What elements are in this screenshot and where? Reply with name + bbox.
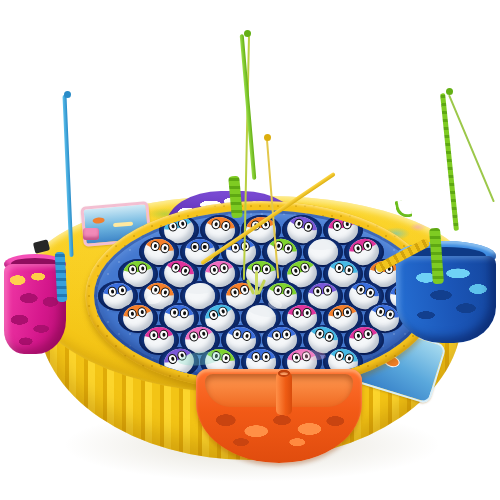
fish-eye [107,286,117,297]
fish-eye [188,330,199,342]
fish-eye [322,285,332,296]
fish-eyes [148,329,167,340]
power-switch[interactable] [83,228,99,240]
fish-eye [200,242,209,252]
fish-eye [180,308,190,319]
green-rod-back-handle[interactable] [228,176,243,219]
fish-eye [314,327,326,339]
fish-eye [364,286,376,298]
fish-eye [282,242,293,254]
green-rod-right-tip [446,88,453,95]
fish-eye [303,220,315,232]
fish-eyes [128,263,148,275]
fish-eye [170,307,180,318]
fish-eye [158,329,168,339]
fish-eye [231,328,242,339]
fish-cap [184,282,215,295]
fish-eye [180,264,192,276]
fish-eye [375,305,386,317]
fish-eyes [293,308,312,318]
fish-eye [272,284,283,295]
fish-eyes [252,352,271,362]
fish-eye [190,242,199,252]
fish-eye [323,330,335,342]
fish-eye [334,262,345,274]
fish-eye [362,328,373,339]
fish-eye [312,286,322,297]
fish-eye [148,330,158,340]
fish-eye [344,352,355,364]
fish-eye [197,327,208,339]
fish-eyes [209,262,229,275]
fish-eyes [231,328,251,341]
fish-eye [252,352,261,362]
blue-basket-body [396,256,496,343]
fish-eye [303,308,312,318]
fish-eye [221,220,232,231]
fish-eye [137,306,148,317]
fish-eye [355,283,367,295]
fish-eye [352,242,363,254]
fish-eye [117,284,127,295]
fish-eye [219,262,230,273]
fish-eye [211,218,222,229]
fish-eye [229,286,240,298]
fish-eye [293,308,302,318]
fish-eyes [332,306,352,319]
fish-eye [241,330,252,341]
fish-eye [271,330,281,341]
fish-eye [332,220,343,231]
fishing-line-green-right [448,95,495,203]
fish-eye [127,308,138,319]
orange-basket[interactable] [196,369,362,463]
blue-basket[interactable] [396,241,496,343]
fish-eye [332,308,342,319]
fish-eye [159,242,170,254]
fish-eye [385,308,396,320]
fish-eyes [107,284,127,297]
fish-eyes [312,285,332,297]
yellow-rod-tip [264,134,271,141]
fish-eye [128,264,138,275]
fish-eye [344,264,355,276]
fish-eye [209,264,220,275]
fish-eyes [271,329,291,341]
lure[interactable] [247,271,265,297]
fish-eyes [127,306,147,319]
fish-eye [361,239,372,251]
blue-rod-tip [64,91,71,98]
fish-eye [334,349,345,361]
fishing-game-toy [0,0,500,500]
fish-eye [262,352,271,362]
fish-eyes [211,218,231,231]
fish-cap [307,238,338,251]
fish-eye [138,263,148,274]
fish-eye [342,306,352,317]
fish-eye [281,329,291,340]
fish-eyes [272,284,292,297]
fish-eyes [352,328,372,341]
fish-eye [282,286,293,297]
green-rod-back-tip [244,30,251,37]
fish-eye [352,330,363,341]
fish-eyes [170,307,190,318]
fish-eye [149,240,160,252]
fish-eyes [190,242,209,252]
